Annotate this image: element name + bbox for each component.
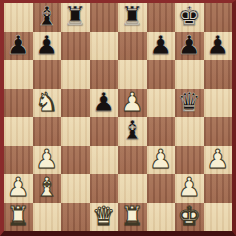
chess-board[interactable]: ♝♜♜♚♟♟♟♟♟♞♟♟♛♝♟♟♟♟♝♟♜♛♜♚ [4, 3, 232, 231]
white-pawn[interactable]: ♟ [149, 146, 172, 172]
square-a6[interactable] [4, 60, 33, 89]
square-a7[interactable]: ♟ [4, 32, 33, 61]
square-f4[interactable] [147, 117, 176, 146]
black-rook[interactable]: ♜ [64, 3, 87, 29]
square-g1[interactable]: ♚ [175, 203, 204, 232]
square-e7[interactable] [118, 32, 147, 61]
square-f2[interactable] [147, 174, 176, 203]
square-e6[interactable] [118, 60, 147, 89]
square-d7[interactable] [90, 32, 119, 61]
square-f5[interactable] [147, 89, 176, 118]
square-b8[interactable]: ♝ [33, 3, 62, 32]
square-e2[interactable] [118, 174, 147, 203]
square-e4[interactable]: ♝ [118, 117, 147, 146]
square-h4[interactable] [204, 117, 233, 146]
white-pawn[interactable]: ♟ [35, 146, 58, 172]
square-d4[interactable] [90, 117, 119, 146]
square-h5[interactable] [204, 89, 233, 118]
square-b3[interactable]: ♟ [33, 146, 62, 175]
square-g7[interactable]: ♟ [175, 32, 204, 61]
square-h6[interactable] [204, 60, 233, 89]
square-f6[interactable] [147, 60, 176, 89]
black-pawn[interactable]: ♟ [35, 32, 58, 58]
white-rook[interactable]: ♜ [7, 203, 30, 229]
black-rook[interactable]: ♜ [121, 3, 144, 29]
square-f7[interactable]: ♟ [147, 32, 176, 61]
square-a8[interactable] [4, 3, 33, 32]
square-h3[interactable]: ♟ [204, 146, 233, 175]
square-g3[interactable] [175, 146, 204, 175]
square-b7[interactable]: ♟ [33, 32, 62, 61]
square-c2[interactable] [61, 174, 90, 203]
black-pawn[interactable]: ♟ [206, 32, 229, 58]
square-b1[interactable] [33, 203, 62, 232]
square-a3[interactable] [4, 146, 33, 175]
square-d6[interactable] [90, 60, 119, 89]
square-g4[interactable] [175, 117, 204, 146]
square-f8[interactable] [147, 3, 176, 32]
square-c7[interactable] [61, 32, 90, 61]
white-bishop[interactable]: ♝ [35, 174, 58, 200]
square-h2[interactable] [204, 174, 233, 203]
black-pawn[interactable]: ♟ [7, 32, 30, 58]
white-pawn[interactable]: ♟ [178, 174, 201, 200]
square-d8[interactable] [90, 3, 119, 32]
square-b5[interactable]: ♞ [33, 89, 62, 118]
black-bishop[interactable]: ♝ [121, 117, 144, 143]
square-f1[interactable] [147, 203, 176, 232]
black-bishop[interactable]: ♝ [35, 3, 58, 29]
square-a5[interactable] [4, 89, 33, 118]
chessboard-screenshot: ♝♜♜♚♟♟♟♟♟♞♟♟♛♝♟♟♟♟♝♟♜♛♜♚ [0, 0, 236, 236]
square-e1[interactable]: ♜ [118, 203, 147, 232]
square-h7[interactable]: ♟ [204, 32, 233, 61]
square-h1[interactable] [204, 203, 233, 232]
white-queen[interactable]: ♛ [92, 203, 115, 229]
square-d1[interactable]: ♛ [90, 203, 119, 232]
white-rook[interactable]: ♜ [121, 203, 144, 229]
square-e8[interactable]: ♜ [118, 3, 147, 32]
white-king[interactable]: ♚ [178, 203, 201, 229]
square-g2[interactable]: ♟ [175, 174, 204, 203]
square-c1[interactable] [61, 203, 90, 232]
square-c4[interactable] [61, 117, 90, 146]
square-a1[interactable]: ♜ [4, 203, 33, 232]
square-b4[interactable] [33, 117, 62, 146]
square-h8[interactable] [204, 3, 233, 32]
white-knight[interactable]: ♞ [35, 89, 58, 115]
square-b2[interactable]: ♝ [33, 174, 62, 203]
black-pawn[interactable]: ♟ [149, 32, 172, 58]
square-b6[interactable] [33, 60, 62, 89]
square-e5[interactable]: ♟ [118, 89, 147, 118]
square-a4[interactable] [4, 117, 33, 146]
square-c5[interactable] [61, 89, 90, 118]
black-pawn[interactable]: ♟ [92, 89, 115, 115]
square-c6[interactable] [61, 60, 90, 89]
square-g8[interactable]: ♚ [175, 3, 204, 32]
black-queen[interactable]: ♛ [178, 89, 201, 115]
square-g6[interactable] [175, 60, 204, 89]
white-pawn[interactable]: ♟ [206, 146, 229, 172]
square-d5[interactable]: ♟ [90, 89, 119, 118]
black-king[interactable]: ♚ [178, 3, 201, 29]
square-c8[interactable]: ♜ [61, 3, 90, 32]
square-d2[interactable] [90, 174, 119, 203]
black-pawn[interactable]: ♟ [178, 32, 201, 58]
white-pawn[interactable]: ♟ [7, 174, 30, 200]
square-a2[interactable]: ♟ [4, 174, 33, 203]
square-f3[interactable]: ♟ [147, 146, 176, 175]
square-e3[interactable] [118, 146, 147, 175]
square-c3[interactable] [61, 146, 90, 175]
white-pawn[interactable]: ♟ [121, 89, 144, 115]
board-frame: ♝♜♜♚♟♟♟♟♟♞♟♟♛♝♟♟♟♟♝♟♜♛♜♚ [0, 0, 236, 236]
square-d3[interactable] [90, 146, 119, 175]
square-g5[interactable]: ♛ [175, 89, 204, 118]
